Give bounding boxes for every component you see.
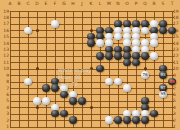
stone-O7 xyxy=(123,84,131,91)
column-label: B xyxy=(15,1,24,6)
row-label: 12 xyxy=(0,53,9,58)
stone-R14 xyxy=(150,39,158,46)
row-label: 3 xyxy=(0,111,9,116)
row-label: 15 xyxy=(0,34,9,39)
row-label: 6 xyxy=(0,92,9,97)
stone-N8 xyxy=(114,78,122,85)
column-label: C xyxy=(24,1,33,6)
stone-R12 xyxy=(150,52,158,59)
stone-L10 xyxy=(96,65,104,72)
column-label: D xyxy=(33,1,42,6)
star-point xyxy=(90,106,93,109)
row-label: 15 xyxy=(173,34,180,39)
row-label: 9 xyxy=(0,73,9,78)
status-overlay: White to play Move: 99 Last: T8 xyxy=(58,67,91,88)
stone-Q16 xyxy=(141,27,149,34)
column-label: G xyxy=(60,1,69,6)
stone-Q9: 76 xyxy=(141,71,149,78)
stone-F17 xyxy=(51,20,59,27)
stone-Q2 xyxy=(141,116,149,123)
row-label: 5 xyxy=(0,98,9,103)
row-label: 4 xyxy=(173,105,180,110)
row-label: 13 xyxy=(0,47,9,52)
row-label: 2 xyxy=(173,118,180,123)
stone-P11 xyxy=(132,59,140,66)
stone-M12 xyxy=(105,52,113,59)
row-label: 10 xyxy=(173,66,180,71)
row-label: 18 xyxy=(173,15,180,20)
stone-N15 xyxy=(114,33,122,40)
status-line-2: Move: 99 xyxy=(58,74,91,81)
row-label: 7 xyxy=(173,86,180,91)
stone-F3 xyxy=(51,110,59,117)
row-label: 3 xyxy=(173,111,180,116)
column-label: J xyxy=(78,1,87,6)
star-point xyxy=(144,67,147,70)
row-label: 11 xyxy=(173,60,180,65)
row-label: 14 xyxy=(0,41,9,46)
stone-C16 xyxy=(24,27,32,34)
row-label: 5 xyxy=(173,98,180,103)
move-number: 93 xyxy=(159,71,167,78)
row-label: 6 xyxy=(173,92,180,97)
stone-G3 xyxy=(60,110,68,117)
stone-J5 xyxy=(78,97,86,104)
row-label: 1 xyxy=(173,124,180,129)
row-label: 19 xyxy=(173,9,180,14)
row-label: 18 xyxy=(0,15,9,20)
column-label: H xyxy=(69,1,78,6)
column-label: Q xyxy=(141,1,150,6)
stone-K14 xyxy=(87,39,95,46)
stone-E5 xyxy=(42,97,50,104)
go-client-window: ABCDEFGHJKLMNOPQRST 19181716151413121110… xyxy=(0,0,180,130)
stone-M2 xyxy=(105,116,113,123)
row-label: 17 xyxy=(0,21,9,26)
stone-P2 xyxy=(132,116,140,123)
column-label: A xyxy=(6,1,15,6)
stone-S9: 93 xyxy=(159,71,167,78)
row-label: 4 xyxy=(0,105,9,110)
row-label: 17 xyxy=(173,21,180,26)
stone-L14 xyxy=(96,39,104,46)
row-label: 11 xyxy=(0,60,9,65)
column-label: S xyxy=(159,1,168,6)
stone-H5 xyxy=(69,97,77,104)
row-label: 7 xyxy=(0,86,9,91)
row-label: 16 xyxy=(0,28,9,33)
row-label: 1 xyxy=(0,124,9,129)
column-label: R xyxy=(150,1,159,6)
star-point xyxy=(36,29,39,32)
row-label: 12 xyxy=(173,53,180,58)
stone-R3 xyxy=(150,110,158,117)
move-number: 99 xyxy=(168,78,176,85)
move-number: 95 xyxy=(159,91,167,98)
stone-S6: 95 xyxy=(159,91,167,98)
move-number: 76 xyxy=(141,71,149,78)
stone-L12 xyxy=(96,52,104,59)
status-line-3: Last: T8 xyxy=(58,81,91,88)
row-label: 10 xyxy=(0,66,9,71)
stone-T8: 99 xyxy=(168,78,176,85)
stone-C8 xyxy=(24,78,32,85)
column-label: M xyxy=(105,1,114,6)
column-label: P xyxy=(132,1,141,6)
stone-O11 xyxy=(123,59,131,66)
stone-N12 xyxy=(114,52,122,59)
stone-E7 xyxy=(42,84,50,91)
column-label: O xyxy=(123,1,132,6)
column-label: E xyxy=(42,1,51,6)
row-label: 2 xyxy=(0,118,9,123)
column-label: T xyxy=(168,1,177,6)
stone-G6 xyxy=(60,91,68,98)
star-point xyxy=(36,67,39,70)
stone-T16 xyxy=(168,27,176,34)
row-label: 19 xyxy=(0,9,9,14)
row-label: 14 xyxy=(173,41,180,46)
star-point xyxy=(90,29,93,32)
stone-D5 xyxy=(33,97,41,104)
stone-H2 xyxy=(69,116,77,123)
column-label: F xyxy=(51,1,60,6)
go-board[interactable]: 7693999795 xyxy=(10,11,174,128)
row-label: 8 xyxy=(0,79,9,84)
star-point xyxy=(36,106,39,109)
stone-M8 xyxy=(105,78,113,85)
stone-N2 xyxy=(114,116,122,123)
column-label: N xyxy=(114,1,123,6)
column-label: K xyxy=(87,1,96,6)
stone-S16 xyxy=(159,27,167,34)
row-label: 13 xyxy=(173,47,180,52)
stone-Q12 xyxy=(141,52,149,59)
stone-O2 xyxy=(123,116,131,123)
status-line-1: White to play xyxy=(58,67,91,74)
column-label: L xyxy=(96,1,105,6)
